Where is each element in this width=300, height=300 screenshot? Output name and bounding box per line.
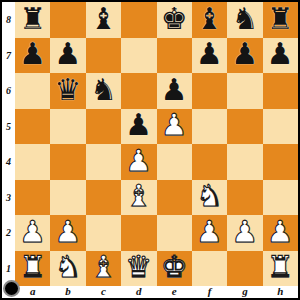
- board-square-c1[interactable]: ♝: [86, 251, 121, 287]
- white-rook[interactable]: ♜: [19, 252, 46, 282]
- rank-label: 5: [2, 109, 15, 145]
- board-square-f5[interactable]: [192, 109, 227, 145]
- board-square-e7[interactable]: [157, 38, 192, 74]
- black-bishop[interactable]: ♝: [196, 4, 223, 34]
- board-square-h5[interactable]: [263, 109, 298, 145]
- black-pawn[interactable]: ♟: [267, 39, 294, 69]
- board-square-d7[interactable]: [121, 38, 156, 74]
- file-label: f: [192, 286, 227, 298]
- white-bishop[interactable]: ♝: [125, 181, 152, 211]
- black-bishop[interactable]: ♝: [90, 4, 117, 34]
- board-square-b3[interactable]: [50, 180, 85, 216]
- board-square-h3[interactable]: [263, 180, 298, 216]
- board-square-h6[interactable]: [263, 73, 298, 109]
- rank-label: 2: [2, 215, 15, 251]
- board-square-f3[interactable]: ♞: [192, 180, 227, 216]
- file-label: a: [15, 286, 50, 298]
- board-square-a5[interactable]: [15, 109, 50, 145]
- black-queen[interactable]: ♛: [55, 75, 82, 105]
- black-knight[interactable]: ♞: [90, 75, 117, 105]
- board-square-f1[interactable]: [192, 251, 227, 287]
- board-square-a3[interactable]: [15, 180, 50, 216]
- board-square-a1[interactable]: ♜: [15, 251, 50, 287]
- file-label: h: [263, 286, 298, 298]
- black-pawn[interactable]: ♟: [55, 39, 82, 69]
- black-rook[interactable]: ♜: [267, 4, 294, 34]
- white-pawn[interactable]: ♟: [161, 110, 188, 140]
- board-square-d5[interactable]: ♟: [121, 109, 156, 145]
- white-pawn[interactable]: ♟: [196, 217, 223, 247]
- board-square-d6[interactable]: [121, 73, 156, 109]
- board-square-a6[interactable]: [15, 73, 50, 109]
- board-square-f4[interactable]: [192, 144, 227, 180]
- board-square-f6[interactable]: [192, 73, 227, 109]
- black-knight[interactable]: ♞: [231, 4, 258, 34]
- white-pawn[interactable]: ♟: [55, 217, 82, 247]
- board-square-d8[interactable]: [121, 2, 156, 38]
- board-square-e3[interactable]: [157, 180, 192, 216]
- board-square-h2[interactable]: ♟: [263, 215, 298, 251]
- black-king[interactable]: ♚: [161, 4, 188, 34]
- board-square-b6[interactable]: ♛: [50, 73, 85, 109]
- rank-label: 6: [2, 73, 15, 109]
- board-square-d3[interactable]: ♝: [121, 180, 156, 216]
- white-rook[interactable]: ♜: [267, 252, 294, 282]
- board-square-b5[interactable]: [50, 109, 85, 145]
- black-pawn[interactable]: ♟: [125, 110, 152, 140]
- rank-label: 7: [2, 38, 15, 74]
- file-labels: abcdefgh: [15, 286, 298, 298]
- board-square-b8[interactable]: [50, 2, 85, 38]
- black-rook[interactable]: ♜: [19, 4, 46, 34]
- board-square-b4[interactable]: [50, 144, 85, 180]
- white-pawn[interactable]: ♟: [125, 146, 152, 176]
- black-to-move-icon: [3, 280, 20, 297]
- file-label: b: [50, 286, 85, 298]
- board-square-a4[interactable]: [15, 144, 50, 180]
- file-label: g: [227, 286, 262, 298]
- file-label: c: [86, 286, 121, 298]
- board-square-b1[interactable]: ♞: [50, 251, 85, 287]
- white-queen[interactable]: ♛: [125, 252, 152, 282]
- board-square-d2[interactable]: [121, 215, 156, 251]
- black-pawn[interactable]: ♟: [231, 39, 258, 69]
- board-square-c6[interactable]: ♞: [86, 73, 121, 109]
- board-square-c7[interactable]: [86, 38, 121, 74]
- board-square-a2[interactable]: ♟: [15, 215, 50, 251]
- board-square-a7[interactable]: ♟: [15, 38, 50, 74]
- rank-label: 8: [2, 2, 15, 38]
- board-square-f7[interactable]: ♟: [192, 38, 227, 74]
- board-square-c5[interactable]: [86, 109, 121, 145]
- file-label: e: [157, 286, 192, 298]
- board-square-c4[interactable]: [86, 144, 121, 180]
- white-pawn[interactable]: ♟: [231, 217, 258, 247]
- board-square-c2[interactable]: [86, 215, 121, 251]
- board-square-h1[interactable]: ♜: [263, 251, 298, 287]
- board-square-e4[interactable]: [157, 144, 192, 180]
- board-square-e5[interactable]: ♟: [157, 109, 192, 145]
- rank-label: 3: [2, 180, 15, 216]
- board-square-g4[interactable]: [227, 144, 262, 180]
- board-square-c3[interactable]: [86, 180, 121, 216]
- file-label: d: [121, 286, 156, 298]
- board-square-g6[interactable]: [227, 73, 262, 109]
- board-square-d1[interactable]: ♛: [121, 251, 156, 287]
- board-square-g8[interactable]: ♞: [227, 2, 262, 38]
- board-square-h4[interactable]: [263, 144, 298, 180]
- white-knight[interactable]: ♞: [196, 181, 223, 211]
- board-square-f8[interactable]: ♝: [192, 2, 227, 38]
- board-square-h8[interactable]: ♜: [263, 2, 298, 38]
- board-square-b7[interactable]: ♟: [50, 38, 85, 74]
- rank-label: 4: [2, 144, 15, 180]
- black-pawn[interactable]: ♟: [19, 39, 46, 69]
- board-square-g5[interactable]: [227, 109, 262, 145]
- board-square-e2[interactable]: [157, 215, 192, 251]
- black-pawn[interactable]: ♟: [196, 39, 223, 69]
- white-bishop[interactable]: ♝: [90, 252, 117, 282]
- board-square-a8[interactable]: ♜: [15, 2, 50, 38]
- white-king[interactable]: ♚: [161, 252, 188, 282]
- board-square-g1[interactable]: [227, 251, 262, 287]
- white-pawn[interactable]: ♟: [267, 217, 294, 247]
- board-square-c8[interactable]: ♝: [86, 2, 121, 38]
- board-square-g3[interactable]: [227, 180, 262, 216]
- board-square-g2[interactable]: ♟: [227, 215, 262, 251]
- board-square-e1[interactable]: ♚: [157, 251, 192, 287]
- board-square-e8[interactable]: ♚: [157, 2, 192, 38]
- chess-diagram: 87654321 ♜♝♚♝♞♜♟♟♟♟♟♛♞♟♟♟♟♝♞♟♟♟♟♟♜♞♝♛♚♜ …: [0, 0, 300, 300]
- board-square-d4[interactable]: ♟: [121, 144, 156, 180]
- rank-labels: 87654321: [2, 2, 15, 286]
- white-pawn[interactable]: ♟: [19, 217, 46, 247]
- chess-board[interactable]: ♜♝♚♝♞♜♟♟♟♟♟♛♞♟♟♟♟♝♞♟♟♟♟♟♜♞♝♛♚♜: [15, 2, 298, 286]
- black-pawn[interactable]: ♟: [161, 75, 188, 105]
- white-knight[interactable]: ♞: [55, 252, 82, 282]
- board-square-f2[interactable]: ♟: [192, 215, 227, 251]
- board-square-e6[interactable]: ♟: [157, 73, 192, 109]
- board-square-g7[interactable]: ♟: [227, 38, 262, 74]
- board-square-h7[interactable]: ♟: [263, 38, 298, 74]
- board-square-b2[interactable]: ♟: [50, 215, 85, 251]
